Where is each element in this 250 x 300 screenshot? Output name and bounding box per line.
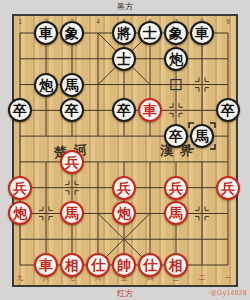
piece-red-soldier[interactable]: 兵: [112, 176, 136, 200]
piece-red-chariot[interactable]: 車: [34, 253, 58, 277]
file-label-bottom-8: 二: [196, 274, 208, 282]
piece-red-advisor[interactable]: 仕: [138, 253, 162, 277]
piece-black-advisor[interactable]: 士: [138, 21, 162, 45]
file-label-bottom-9: 一: [222, 274, 234, 282]
piece-red-soldier[interactable]: 兵: [216, 176, 240, 200]
piece-black-elephant[interactable]: 象: [164, 21, 188, 45]
piece-black-horse[interactable]: 馬: [60, 73, 84, 97]
piece-black-chariot[interactable]: 車: [190, 21, 214, 45]
piece-red-elephant[interactable]: 相: [164, 253, 188, 277]
file-label-top-9: 9: [222, 18, 234, 26]
piece-black-soldier[interactable]: 卒: [164, 124, 188, 148]
watermark: ·张Gy14828: [207, 289, 247, 298]
xiangqi-board: 123456789 九八七六五四三二一 楚河 漢界 車象將士象車士炮炮馬卒卒卒車…: [12, 14, 238, 287]
piece-black-cannon[interactable]: 炮: [34, 73, 58, 97]
piece-black-elephant[interactable]: 象: [60, 21, 84, 45]
piece-red-soldier[interactable]: 兵: [60, 150, 84, 174]
file-label-top-4: 4: [92, 18, 104, 26]
piece-red-soldier[interactable]: 兵: [164, 176, 188, 200]
piece-black-soldier[interactable]: 卒: [216, 98, 240, 122]
piece-black-chariot[interactable]: 車: [34, 21, 58, 45]
piece-black-advisor[interactable]: 士: [112, 47, 136, 71]
piece-black-general[interactable]: 將: [112, 21, 136, 45]
black-side-label: 黑方: [0, 1, 250, 13]
piece-red-soldier[interactable]: 兵: [8, 176, 32, 200]
file-label-bottom-1: 九: [14, 274, 26, 282]
xiangqi-app: 黑方 123456789 九八七六五四三二一 楚河 漢界 車象將士象車士炮炮馬卒…: [0, 0, 250, 300]
piece-black-horse[interactable]: 馬: [190, 124, 214, 148]
piece-red-general[interactable]: 帥: [112, 253, 136, 277]
piece-red-elephant[interactable]: 相: [60, 253, 84, 277]
file-label-top-1: 1: [14, 18, 26, 26]
piece-red-advisor[interactable]: 仕: [86, 253, 110, 277]
piece-black-cannon[interactable]: 炮: [164, 47, 188, 71]
